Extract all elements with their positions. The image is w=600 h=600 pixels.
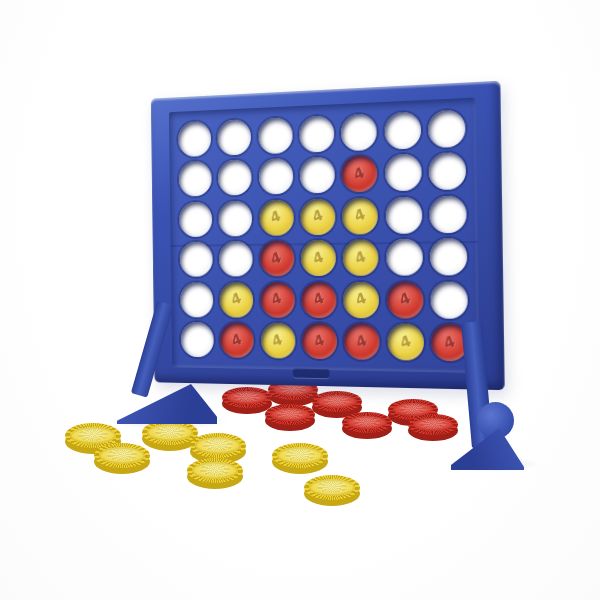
disc-emboss-mark: 4	[269, 209, 283, 227]
cell-r3c2	[215, 198, 256, 239]
connect-four-board: 444444444444444444	[151, 81, 505, 390]
board-grid: 444444444444444444	[174, 106, 472, 364]
red-disc[interactable]: 4	[387, 281, 424, 318]
empty-hole[interactable]	[178, 121, 211, 157]
red-disc[interactable]: 4	[301, 282, 336, 318]
cell-r2c4	[296, 154, 339, 197]
empty-hole[interactable]	[219, 241, 253, 277]
cell-r4c3: 4	[256, 238, 298, 279]
empty-hole[interactable]	[179, 201, 212, 237]
empty-hole[interactable]	[300, 157, 335, 194]
cell-r6c1	[177, 320, 217, 361]
empty-hole[interactable]	[385, 196, 422, 233]
empty-hole[interactable]	[258, 158, 293, 195]
cell-r5c1	[176, 279, 216, 319]
cell-r5c2: 4	[216, 279, 257, 320]
disc-emboss-mark: 4	[353, 249, 368, 267]
empty-hole[interactable]	[384, 111, 421, 149]
yellow-disc[interactable]: 4	[342, 197, 378, 234]
loose-disc-yellow[interactable]	[94, 443, 150, 474]
cell-r2c3	[255, 155, 297, 197]
yellow-disc[interactable]: 4	[259, 199, 294, 235]
cell-r3c7	[426, 192, 471, 236]
yellow-disc[interactable]: 4	[261, 323, 296, 359]
disc-emboss-mark: 4	[397, 291, 412, 309]
loose-disc-red[interactable]	[342, 412, 392, 439]
red-disc[interactable]: 4	[220, 323, 254, 359]
yellow-disc[interactable]: 4	[301, 240, 336, 276]
empty-hole[interactable]	[341, 113, 377, 151]
connect-four-product-photo: 444444444444444444	[0, 0, 600, 600]
disc-emboss-mark: 4	[310, 208, 325, 226]
cell-r6c5: 4	[340, 321, 384, 363]
disc-face	[192, 462, 238, 479]
empty-hole[interactable]	[218, 160, 252, 196]
cell-r3c5: 4	[339, 194, 383, 237]
cell-r5c6: 4	[383, 279, 428, 322]
empty-hole[interactable]	[429, 195, 467, 233]
loose-disc-yellow[interactable]	[187, 458, 243, 489]
empty-hole[interactable]	[178, 161, 211, 197]
yellow-disc[interactable]: 4	[343, 239, 379, 276]
disc-emboss-mark: 4	[398, 333, 413, 351]
disc-face	[99, 447, 145, 464]
disc-face	[347, 416, 387, 429]
cell-r1c7	[424, 106, 469, 151]
cell-r1c5	[337, 110, 381, 154]
loose-disc-red[interactable]	[265, 404, 315, 431]
cell-r4c2	[216, 238, 257, 279]
disc-emboss-mark: 4	[355, 333, 370, 351]
cell-r5c3: 4	[256, 279, 298, 320]
cell-r3c6	[382, 193, 426, 236]
empty-hole[interactable]	[180, 322, 213, 357]
cell-r6c4: 4	[298, 320, 341, 362]
yellow-disc[interactable]: 4	[387, 324, 424, 361]
cell-r2c1	[175, 158, 215, 199]
cell-r3c3: 4	[255, 197, 297, 239]
disc-emboss-mark: 4	[442, 334, 458, 352]
red-disc[interactable]: 4	[302, 323, 337, 359]
empty-hole[interactable]	[385, 154, 422, 192]
disc-face	[195, 437, 241, 454]
yellow-disc[interactable]: 4	[343, 282, 379, 319]
board-panel: 444444444444444444	[169, 98, 479, 373]
empty-hole[interactable]	[217, 119, 251, 156]
cell-r3c4: 4	[297, 196, 340, 238]
disc-emboss-mark: 4	[354, 291, 369, 309]
cell-r5c7	[427, 278, 472, 321]
cell-r3c1	[175, 199, 215, 240]
cell-r4c1	[176, 239, 216, 280]
disc-face	[317, 395, 357, 408]
disc-emboss-mark: 4	[312, 332, 327, 350]
empty-hole[interactable]	[258, 117, 293, 154]
disc-face	[277, 447, 323, 464]
cell-r5c5: 4	[340, 279, 384, 321]
disc-emboss-mark: 4	[352, 165, 367, 183]
empty-hole[interactable]	[386, 239, 423, 276]
disc-emboss-mark: 4	[270, 250, 284, 268]
disc-emboss-mark: 4	[270, 291, 284, 308]
yellow-disc[interactable]: 4	[300, 198, 335, 235]
cell-r2c6	[381, 151, 425, 195]
disc-face	[227, 391, 267, 404]
cell-r4c6	[382, 236, 427, 279]
disc-emboss-mark: 4	[230, 332, 244, 349]
cell-r1c6	[380, 108, 424, 152]
cell-r6c2: 4	[217, 320, 258, 361]
cell-r5c4: 4	[298, 279, 341, 321]
red-disc[interactable]: 4	[260, 282, 295, 318]
red-disc[interactable]: 4	[342, 155, 378, 192]
red-disc[interactable]: 4	[344, 323, 380, 360]
empty-hole[interactable]	[431, 281, 469, 318]
cell-r2c5: 4	[338, 152, 382, 195]
empty-hole[interactable]	[428, 109, 466, 148]
cell-r2c7	[425, 149, 470, 193]
disc-face	[413, 418, 453, 431]
empty-hole[interactable]	[218, 200, 252, 236]
disc-face	[270, 408, 310, 421]
loose-disc-yellow[interactable]	[272, 443, 328, 474]
disc-emboss-mark: 4	[311, 249, 326, 267]
cell-r1c2	[214, 116, 255, 158]
cell-r4c7	[426, 235, 471, 278]
empty-hole[interactable]	[429, 152, 467, 190]
cell-r2c2	[214, 157, 255, 199]
disc-emboss-mark: 4	[312, 291, 327, 309]
cell-r4c5: 4	[339, 237, 383, 279]
loose-disc-red[interactable]	[408, 414, 458, 441]
disc-face	[70, 427, 116, 444]
disc-emboss-mark: 4	[229, 291, 243, 308]
cell-r6c3: 4	[257, 320, 299, 362]
cell-r1c4	[295, 112, 338, 155]
cell-r1c3	[254, 114, 296, 157]
cell-r1c1	[174, 118, 214, 160]
red-disc[interactable]: 4	[259, 241, 294, 277]
disc-release-latch[interactable]	[293, 369, 330, 379]
loose-disc-yellow[interactable]	[304, 475, 360, 506]
empty-hole[interactable]	[179, 242, 212, 277]
empty-hole[interactable]	[180, 282, 213, 317]
yellow-disc[interactable]: 4	[219, 282, 253, 317]
empty-hole[interactable]	[430, 238, 468, 276]
cell-r4c4: 4	[297, 237, 340, 279]
disc-emboss-mark: 4	[353, 207, 368, 225]
disc-face	[147, 424, 193, 441]
disc-emboss-mark: 4	[271, 332, 285, 349]
disc-face	[309, 479, 355, 496]
cell-r6c6: 4	[383, 321, 428, 364]
empty-hole[interactable]	[299, 115, 334, 152]
